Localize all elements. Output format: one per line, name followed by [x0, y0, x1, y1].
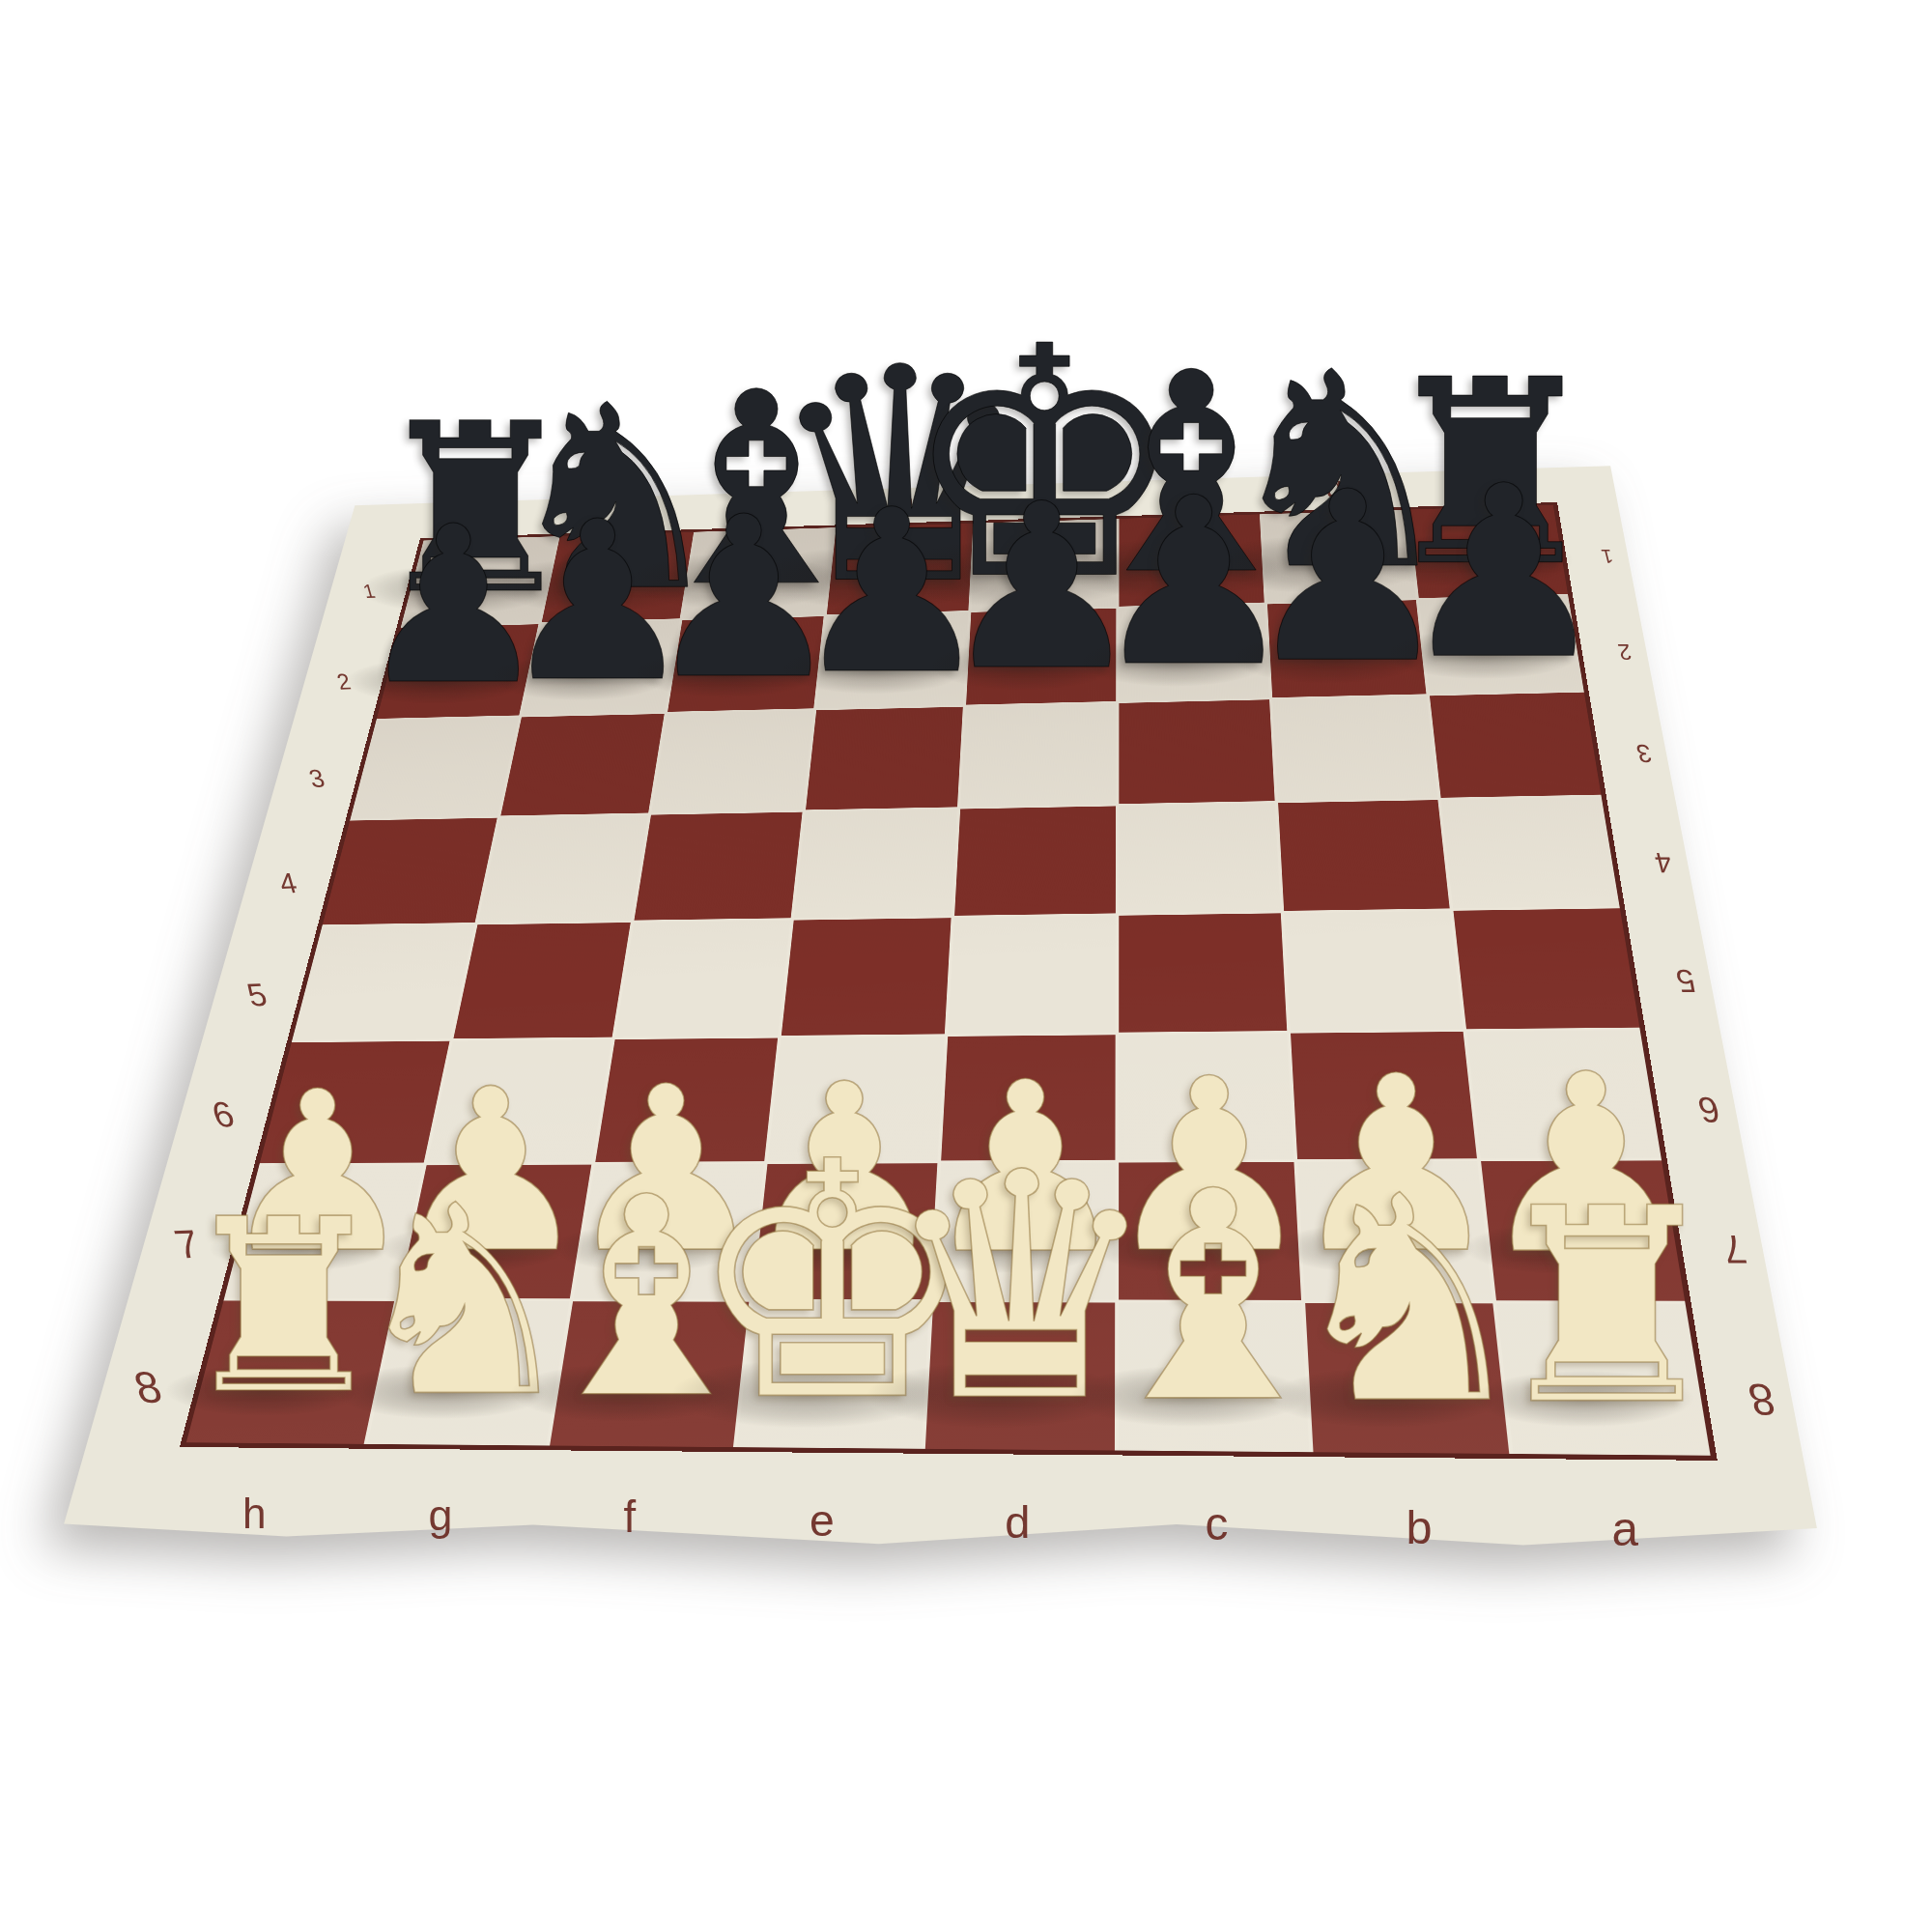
- square-h2[interactable]: [377, 624, 538, 719]
- square-e8[interactable]: [736, 1301, 929, 1449]
- square-g8[interactable]: [366, 1300, 569, 1445]
- square-b7[interactable]: [1297, 1161, 1492, 1299]
- square-b3[interactable]: [1272, 696, 1436, 800]
- square-a6[interactable]: [1465, 1030, 1661, 1159]
- square-h3[interactable]: [351, 718, 518, 818]
- square-c4[interactable]: [1118, 803, 1280, 914]
- square-f2[interactable]: [668, 616, 823, 712]
- square-f3[interactable]: [651, 710, 812, 812]
- square-h1[interactable]: [401, 536, 556, 626]
- square-e5[interactable]: [781, 918, 952, 1035]
- square-b2[interactable]: [1267, 600, 1426, 697]
- square-a4[interactable]: [1440, 796, 1620, 908]
- square-c3[interactable]: [1119, 699, 1275, 803]
- square-b5[interactable]: [1284, 911, 1462, 1031]
- square-b6[interactable]: [1291, 1031, 1476, 1159]
- square-e2[interactable]: [816, 611, 969, 708]
- square-e7[interactable]: [753, 1163, 938, 1298]
- square-c2[interactable]: [1119, 604, 1269, 701]
- square-h4[interactable]: [323, 817, 497, 924]
- square-d4[interactable]: [954, 806, 1115, 916]
- square-a8[interactable]: [1495, 1303, 1710, 1456]
- square-b4[interactable]: [1278, 800, 1449, 911]
- square-e1[interactable]: [826, 524, 973, 614]
- square-g7[interactable]: [398, 1165, 592, 1298]
- square-c5[interactable]: [1118, 913, 1287, 1032]
- square-f6[interactable]: [595, 1037, 777, 1162]
- square-h5[interactable]: [293, 924, 474, 1039]
- square-b8[interactable]: [1305, 1302, 1508, 1454]
- square-g6[interactable]: [426, 1038, 611, 1162]
- square-h8[interactable]: [186, 1300, 394, 1444]
- square-a2[interactable]: [1418, 595, 1583, 694]
- square-d2[interactable]: [966, 608, 1116, 704]
- square-g4[interactable]: [477, 814, 648, 923]
- square-d8[interactable]: [925, 1301, 1114, 1450]
- square-a7[interactable]: [1480, 1160, 1685, 1300]
- square-c6[interactable]: [1118, 1033, 1293, 1160]
- square-d1[interactable]: [971, 519, 1115, 610]
- square-a1[interactable]: [1408, 505, 1568, 598]
- square-d5[interactable]: [948, 916, 1115, 1034]
- square-g3[interactable]: [500, 714, 665, 815]
- square-e3[interactable]: [805, 707, 963, 810]
- square-d7[interactable]: [933, 1163, 1114, 1299]
- square-h7[interactable]: [224, 1165, 422, 1297]
- square-b1[interactable]: [1263, 510, 1415, 602]
- square-d3[interactable]: [960, 703, 1115, 807]
- square-e4[interactable]: [793, 809, 957, 918]
- chess-board: [180, 502, 1718, 1461]
- square-f8[interactable]: [550, 1301, 748, 1448]
- square-c1[interactable]: [1119, 514, 1264, 606]
- square-f7[interactable]: [574, 1164, 763, 1298]
- square-g1[interactable]: [541, 532, 694, 622]
- square-g2[interactable]: [522, 620, 680, 716]
- square-d6[interactable]: [941, 1035, 1115, 1161]
- square-h6[interactable]: [260, 1040, 449, 1163]
- square-a3[interactable]: [1429, 693, 1601, 798]
- square-g5[interactable]: [453, 923, 631, 1038]
- square-f5[interactable]: [615, 921, 789, 1037]
- square-a5[interactable]: [1453, 908, 1640, 1028]
- square-f1[interactable]: [683, 527, 833, 618]
- square-c8[interactable]: [1118, 1302, 1309, 1452]
- square-c7[interactable]: [1118, 1162, 1301, 1299]
- square-f4[interactable]: [634, 811, 801, 921]
- photo-canvas: 1122334455667788hhggffeeddccbbaa ♜♞♝♛♚♝♞…: [0, 0, 1932, 1932]
- square-e6[interactable]: [767, 1036, 945, 1161]
